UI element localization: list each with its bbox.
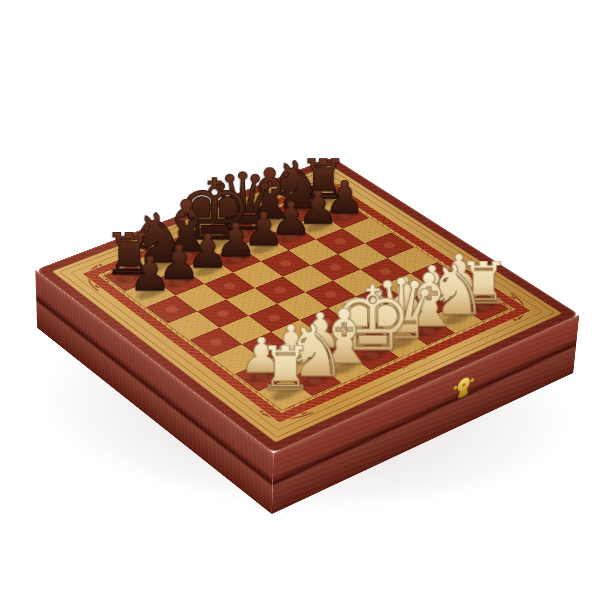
black-pawn-glyph: ♟	[96, 256, 204, 294]
perspective-stage: ♜♞♝♚♛♝♞♜♟♟♟♟♟♟♟♟♟♟♟♟♟♟♟♟♜♞♝♚♛♝♞♜	[0, 0, 600, 600]
product-photo-scene: ♜♞♝♚♛♝♞♜♟♟♟♟♟♟♟♟♟♟♟♟♟♟♟♟♜♞♝♚♛♝♞♜	[0, 0, 600, 600]
chess-box: ♜♞♝♚♛♝♞♜♟♟♟♟♟♟♟♟♟♟♟♟♟♟♟♟♜♞♝♚♛♝♞♜	[35, 157, 579, 453]
clasp-icon	[452, 372, 476, 402]
white-rook-glyph: ♜	[228, 345, 343, 394]
